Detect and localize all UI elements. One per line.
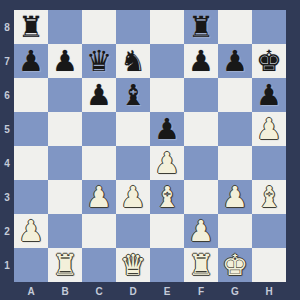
file-label: A	[14, 283, 48, 300]
white-rook[interactable]: ♜	[52, 248, 78, 282]
square-a5[interactable]	[14, 112, 48, 146]
rank-label: 4	[0, 146, 14, 180]
square-g6[interactable]	[218, 78, 252, 112]
white-king[interactable]: ♚	[222, 248, 248, 282]
square-h7[interactable]: ♚	[252, 44, 286, 78]
square-a4[interactable]	[14, 146, 48, 180]
black-rook[interactable]: ♜	[188, 10, 214, 44]
file-label: E	[150, 283, 184, 300]
file-label: D	[116, 283, 150, 300]
black-king[interactable]: ♚	[256, 44, 282, 78]
square-g2[interactable]	[218, 214, 252, 248]
square-h4[interactable]	[252, 146, 286, 180]
white-pawn[interactable]: ♟	[154, 146, 180, 180]
square-e3[interactable]: ♝	[150, 180, 184, 214]
square-f6[interactable]	[184, 78, 218, 112]
square-e7[interactable]	[150, 44, 184, 78]
square-e6[interactable]	[150, 78, 184, 112]
square-d7[interactable]: ♞	[116, 44, 150, 78]
square-h5[interactable]: ♟	[252, 112, 286, 146]
black-rook[interactable]: ♜	[18, 10, 44, 44]
rank-label: 6	[0, 78, 14, 112]
black-queen[interactable]: ♛	[86, 44, 112, 78]
square-c3[interactable]: ♟	[82, 180, 116, 214]
square-c2[interactable]	[82, 214, 116, 248]
file-label: G	[218, 283, 252, 300]
black-pawn[interactable]: ♟	[188, 44, 214, 78]
square-a2[interactable]: ♟	[14, 214, 48, 248]
black-pawn[interactable]: ♟	[222, 44, 248, 78]
black-knight[interactable]: ♞	[120, 44, 146, 78]
white-bishop[interactable]: ♝	[154, 180, 180, 214]
square-f3[interactable]	[184, 180, 218, 214]
square-b7[interactable]: ♟	[48, 44, 82, 78]
chess-board-frame: 87654321 ♜♜♟♟♛♞♟♟♚♟♝♟♟♟♟♟♟♝♟♝♟♟♜♛♜♚ ABCD…	[0, 0, 300, 300]
square-e2[interactable]	[150, 214, 184, 248]
rank-label: 8	[0, 10, 14, 44]
rank-label: 7	[0, 44, 14, 78]
white-bishop[interactable]: ♝	[256, 180, 282, 214]
black-pawn[interactable]: ♟	[256, 78, 282, 112]
square-d6[interactable]: ♝	[116, 78, 150, 112]
square-f7[interactable]: ♟	[184, 44, 218, 78]
square-e4[interactable]: ♟	[150, 146, 184, 180]
square-g3[interactable]: ♟	[218, 180, 252, 214]
square-a6[interactable]	[14, 78, 48, 112]
black-pawn[interactable]: ♟	[86, 78, 112, 112]
square-h8[interactable]	[252, 10, 286, 44]
square-b3[interactable]	[48, 180, 82, 214]
white-pawn[interactable]: ♟	[256, 112, 282, 146]
square-d8[interactable]	[116, 10, 150, 44]
square-h3[interactable]: ♝	[252, 180, 286, 214]
square-b2[interactable]	[48, 214, 82, 248]
square-c1[interactable]	[82, 248, 116, 282]
white-rook[interactable]: ♜	[188, 248, 214, 282]
square-a1[interactable]	[14, 248, 48, 282]
rank-labels: 87654321	[0, 10, 14, 282]
square-g1[interactable]: ♚	[218, 248, 252, 282]
square-a3[interactable]	[14, 180, 48, 214]
square-f8[interactable]: ♜	[184, 10, 218, 44]
rank-label: 2	[0, 214, 14, 248]
chess-board: ♜♜♟♟♛♞♟♟♚♟♝♟♟♟♟♟♟♝♟♝♟♟♜♛♜♚	[14, 10, 286, 282]
white-queen[interactable]: ♛	[120, 248, 146, 282]
black-pawn[interactable]: ♟	[154, 112, 180, 146]
square-d1[interactable]: ♛	[116, 248, 150, 282]
black-bishop[interactable]: ♝	[120, 78, 146, 112]
black-pawn[interactable]: ♟	[18, 44, 44, 78]
square-d2[interactable]	[116, 214, 150, 248]
square-c5[interactable]	[82, 112, 116, 146]
file-label: H	[252, 283, 286, 300]
square-g8[interactable]	[218, 10, 252, 44]
square-a7[interactable]: ♟	[14, 44, 48, 78]
square-c7[interactable]: ♛	[82, 44, 116, 78]
square-a8[interactable]: ♜	[14, 10, 48, 44]
square-f4[interactable]	[184, 146, 218, 180]
square-e8[interactable]	[150, 10, 184, 44]
square-h1[interactable]	[252, 248, 286, 282]
white-pawn[interactable]: ♟	[188, 214, 214, 248]
square-b8[interactable]	[48, 10, 82, 44]
square-e5[interactable]: ♟	[150, 112, 184, 146]
square-g4[interactable]	[218, 146, 252, 180]
square-d4[interactable]	[116, 146, 150, 180]
rank-label: 5	[0, 112, 14, 146]
square-c6[interactable]: ♟	[82, 78, 116, 112]
square-b6[interactable]	[48, 78, 82, 112]
black-pawn[interactable]: ♟	[52, 44, 78, 78]
square-f1[interactable]: ♜	[184, 248, 218, 282]
square-b4[interactable]	[48, 146, 82, 180]
white-pawn[interactable]: ♟	[86, 180, 112, 214]
white-pawn[interactable]: ♟	[120, 180, 146, 214]
rank-label: 1	[0, 248, 14, 282]
square-b1[interactable]: ♜	[48, 248, 82, 282]
file-label: F	[184, 283, 218, 300]
square-c4[interactable]	[82, 146, 116, 180]
white-pawn[interactable]: ♟	[18, 214, 44, 248]
rank-label: 3	[0, 180, 14, 214]
file-label: C	[82, 283, 116, 300]
square-c8[interactable]	[82, 10, 116, 44]
square-f5[interactable]	[184, 112, 218, 146]
white-pawn[interactable]: ♟	[222, 180, 248, 214]
square-h2[interactable]	[252, 214, 286, 248]
square-g7[interactable]: ♟	[218, 44, 252, 78]
square-b5[interactable]	[48, 112, 82, 146]
file-label: B	[48, 283, 82, 300]
square-d5[interactable]	[116, 112, 150, 146]
square-h6[interactable]: ♟	[252, 78, 286, 112]
square-e1[interactable]	[150, 248, 184, 282]
file-labels: ABCDEFGH	[14, 283, 286, 300]
square-d3[interactable]: ♟	[116, 180, 150, 214]
square-g5[interactable]	[218, 112, 252, 146]
square-f2[interactable]: ♟	[184, 214, 218, 248]
